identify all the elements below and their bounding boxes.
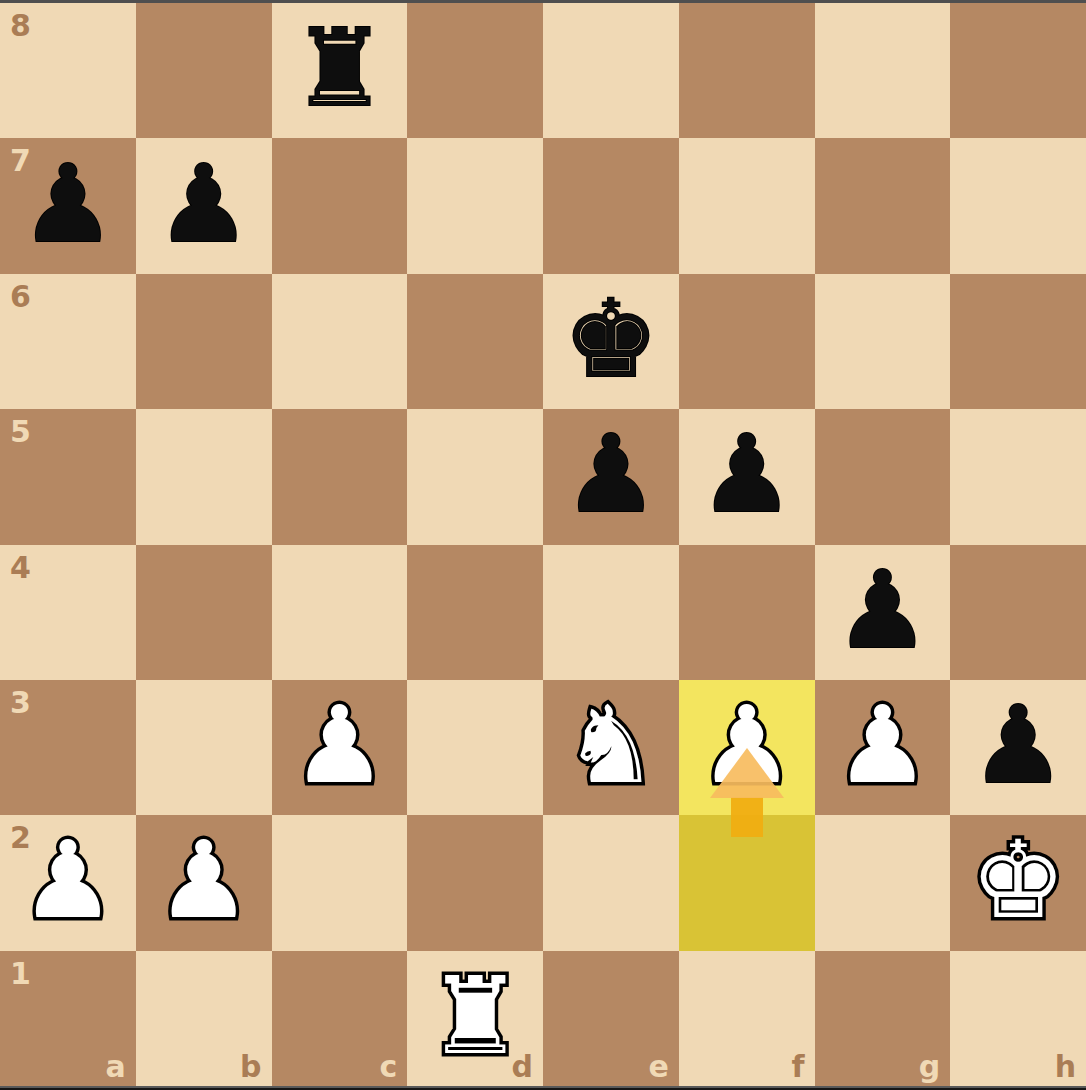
square-c6[interactable] — [272, 274, 408, 409]
square-b6[interactable] — [136, 274, 272, 409]
square-h4[interactable] — [950, 545, 1086, 680]
rank-label-1: 1 — [10, 959, 31, 989]
file-label-f: f — [791, 1052, 804, 1082]
square-a2[interactable]: ♟2 — [0, 815, 136, 950]
square-c1[interactable]: c — [272, 951, 408, 1086]
rank-label-4: 4 — [10, 553, 31, 583]
piece-black-pawn[interactable]: ♟ — [970, 692, 1066, 799]
window-bottom-edge — [0, 1086, 1086, 1090]
file-label-e: e — [648, 1052, 668, 1082]
square-g4[interactable]: ♟ — [815, 545, 951, 680]
piece-white-pawn[interactable]: ♟ — [834, 692, 930, 799]
square-f3[interactable]: ♟ — [679, 680, 815, 815]
square-b7[interactable]: ♟ — [136, 138, 272, 273]
square-a7[interactable]: ♟7 — [0, 138, 136, 273]
rank-label-6: 6 — [10, 282, 31, 312]
square-c8[interactable]: ♜ — [272, 3, 408, 138]
square-h7[interactable] — [950, 138, 1086, 273]
square-b5[interactable] — [136, 409, 272, 544]
square-h5[interactable] — [950, 409, 1086, 544]
piece-white-pawn[interactable]: ♟ — [20, 827, 116, 934]
square-c3[interactable]: ♟ — [272, 680, 408, 815]
square-e6[interactable]: ♚ — [543, 274, 679, 409]
file-label-a: a — [106, 1052, 126, 1082]
square-f1[interactable]: f — [679, 951, 815, 1086]
square-e4[interactable] — [543, 545, 679, 680]
square-d4[interactable] — [407, 545, 543, 680]
square-h3[interactable]: ♟ — [950, 680, 1086, 815]
piece-white-knight[interactable]: ♞ — [563, 692, 659, 799]
square-f7[interactable] — [679, 138, 815, 273]
file-label-h: h — [1055, 1052, 1076, 1082]
square-b8[interactable] — [136, 3, 272, 138]
square-a8[interactable]: 8 — [0, 3, 136, 138]
square-c5[interactable] — [272, 409, 408, 544]
square-e1[interactable]: e — [543, 951, 679, 1086]
square-g8[interactable] — [815, 3, 951, 138]
square-f4[interactable] — [679, 545, 815, 680]
square-h8[interactable] — [950, 3, 1086, 138]
square-f5[interactable]: ♟ — [679, 409, 815, 544]
square-b3[interactable] — [136, 680, 272, 815]
file-label-c: c — [379, 1052, 397, 1082]
rank-label-5: 5 — [10, 417, 31, 447]
square-a6[interactable]: 6 — [0, 274, 136, 409]
square-e3[interactable]: ♞ — [543, 680, 679, 815]
square-h2[interactable]: ♚ — [950, 815, 1086, 950]
square-d1[interactable]: ♜d — [407, 951, 543, 1086]
square-h1[interactable]: h — [950, 951, 1086, 1086]
square-g6[interactable] — [815, 274, 951, 409]
square-e7[interactable] — [543, 138, 679, 273]
square-a1[interactable]: 1a — [0, 951, 136, 1086]
piece-white-rook[interactable]: ♜ — [427, 963, 523, 1070]
piece-black-pawn[interactable]: ♟ — [563, 421, 659, 528]
square-b1[interactable]: b — [136, 951, 272, 1086]
square-g1[interactable]: g — [815, 951, 951, 1086]
file-label-g: g — [919, 1052, 940, 1082]
piece-black-king[interactable]: ♚ — [563, 286, 659, 393]
rank-label-2: 2 — [10, 823, 31, 853]
square-c2[interactable] — [272, 815, 408, 950]
square-b4[interactable] — [136, 545, 272, 680]
square-f6[interactable] — [679, 274, 815, 409]
chess-board[interactable]: 8♜♟7♟6♚5♟♟4♟3♟♞♟♟♟♟2♟♚1abc♜defgh — [0, 3, 1086, 1086]
file-label-d: d — [512, 1052, 533, 1082]
square-g2[interactable] — [815, 815, 951, 950]
piece-white-pawn[interactable]: ♟ — [699, 692, 795, 799]
square-a5[interactable]: 5 — [0, 409, 136, 544]
square-h6[interactable] — [950, 274, 1086, 409]
piece-white-king[interactable]: ♚ — [970, 827, 1066, 934]
square-d3[interactable] — [407, 680, 543, 815]
square-d5[interactable] — [407, 409, 543, 544]
chess-board-screenshot: 8♜♟7♟6♚5♟♟4♟3♟♞♟♟♟♟2♟♚1abc♜defgh — [0, 0, 1086, 1090]
rank-label-3: 3 — [10, 688, 31, 718]
piece-black-pawn[interactable]: ♟ — [834, 557, 930, 664]
square-f2[interactable] — [679, 815, 815, 950]
square-c4[interactable] — [272, 545, 408, 680]
square-g3[interactable]: ♟ — [815, 680, 951, 815]
rank-label-8: 8 — [10, 11, 31, 41]
square-c7[interactable] — [272, 138, 408, 273]
square-e8[interactable] — [543, 3, 679, 138]
square-a3[interactable]: 3 — [0, 680, 136, 815]
piece-black-pawn[interactable]: ♟ — [699, 421, 795, 528]
square-d7[interactable] — [407, 138, 543, 273]
piece-black-pawn[interactable]: ♟ — [156, 151, 252, 258]
square-g5[interactable] — [815, 409, 951, 544]
piece-white-pawn[interactable]: ♟ — [291, 692, 387, 799]
square-d6[interactable] — [407, 274, 543, 409]
square-e2[interactable] — [543, 815, 679, 950]
piece-black-pawn[interactable]: ♟ — [20, 151, 116, 258]
piece-white-pawn[interactable]: ♟ — [156, 827, 252, 934]
square-a4[interactable]: 4 — [0, 545, 136, 680]
rank-label-7: 7 — [10, 146, 31, 176]
square-b2[interactable]: ♟ — [136, 815, 272, 950]
square-d2[interactable] — [407, 815, 543, 950]
square-g7[interactable] — [815, 138, 951, 273]
square-f8[interactable] — [679, 3, 815, 138]
file-label-b: b — [240, 1052, 261, 1082]
square-d8[interactable] — [407, 3, 543, 138]
square-e5[interactable]: ♟ — [543, 409, 679, 544]
piece-black-rook[interactable]: ♜ — [291, 15, 387, 122]
